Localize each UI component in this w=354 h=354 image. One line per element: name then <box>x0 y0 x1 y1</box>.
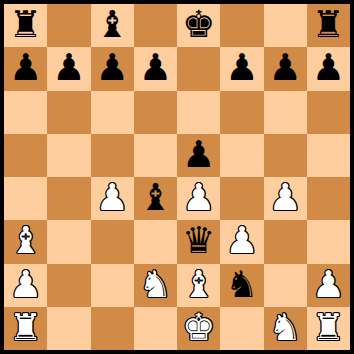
square-e4[interactable]: ♟ <box>177 177 220 220</box>
piece-black-pawn[interactable]: ♟ <box>182 134 215 176</box>
square-b3[interactable] <box>47 220 90 263</box>
piece-white-pawn[interactable]: ♟ <box>312 264 345 306</box>
square-b5[interactable] <box>47 134 90 177</box>
square-f3[interactable]: ♟ <box>220 220 263 263</box>
square-g5[interactable] <box>264 134 307 177</box>
square-a2[interactable]: ♟ <box>4 264 47 307</box>
piece-white-pawn[interactable]: ♟ <box>269 177 302 219</box>
piece-white-pawn[interactable]: ♟ <box>182 177 215 219</box>
square-g8[interactable] <box>264 4 307 47</box>
square-f4[interactable] <box>220 177 263 220</box>
square-b2[interactable] <box>47 264 90 307</box>
chess-board: ♜♝♚♜♟♟♟♟♟♟♟♟♟♝♟♟♝♛♟♟♞♝♞♟♜♚♞♜ <box>4 4 350 350</box>
square-c7[interactable]: ♟ <box>91 47 134 90</box>
square-g2[interactable] <box>264 264 307 307</box>
square-a8[interactable]: ♜ <box>4 4 47 47</box>
square-b4[interactable] <box>47 177 90 220</box>
square-g7[interactable]: ♟ <box>264 47 307 90</box>
square-c4[interactable]: ♟ <box>91 177 134 220</box>
square-a1[interactable]: ♜ <box>4 307 47 350</box>
piece-black-pawn[interactable]: ♟ <box>269 47 302 89</box>
square-f8[interactable] <box>220 4 263 47</box>
square-h7[interactable]: ♟ <box>307 47 350 90</box>
square-h5[interactable] <box>307 134 350 177</box>
square-c5[interactable] <box>91 134 134 177</box>
square-h3[interactable] <box>307 220 350 263</box>
piece-white-knight[interactable]: ♞ <box>269 307 302 349</box>
piece-black-queen[interactable]: ♛ <box>182 220 215 262</box>
piece-white-bishop[interactable]: ♝ <box>182 264 215 306</box>
piece-white-pawn[interactable]: ♟ <box>225 220 258 262</box>
square-c6[interactable] <box>91 91 134 134</box>
square-a6[interactable] <box>4 91 47 134</box>
square-b8[interactable] <box>47 4 90 47</box>
piece-black-bishop[interactable]: ♝ <box>96 4 129 46</box>
square-g3[interactable] <box>264 220 307 263</box>
square-g1[interactable]: ♞ <box>264 307 307 350</box>
square-b6[interactable] <box>47 91 90 134</box>
square-e2[interactable]: ♝ <box>177 264 220 307</box>
square-e6[interactable] <box>177 91 220 134</box>
square-d5[interactable] <box>134 134 177 177</box>
square-h1[interactable]: ♜ <box>307 307 350 350</box>
piece-black-pawn[interactable]: ♟ <box>96 47 129 89</box>
square-a4[interactable] <box>4 177 47 220</box>
piece-black-pawn[interactable]: ♟ <box>225 47 258 89</box>
square-a7[interactable]: ♟ <box>4 47 47 90</box>
square-c2[interactable] <box>91 264 134 307</box>
square-e7[interactable] <box>177 47 220 90</box>
square-d1[interactable] <box>134 307 177 350</box>
square-d4[interactable]: ♝ <box>134 177 177 220</box>
chess-board-frame: ♜♝♚♜♟♟♟♟♟♟♟♟♟♝♟♟♝♛♟♟♞♝♞♟♜♚♞♜ <box>0 0 354 354</box>
square-e3[interactable]: ♛ <box>177 220 220 263</box>
square-c1[interactable] <box>91 307 134 350</box>
piece-white-rook[interactable]: ♜ <box>312 307 345 349</box>
square-d8[interactable] <box>134 4 177 47</box>
square-g4[interactable]: ♟ <box>264 177 307 220</box>
square-a5[interactable] <box>4 134 47 177</box>
square-f5[interactable] <box>220 134 263 177</box>
piece-black-rook[interactable]: ♜ <box>312 4 345 46</box>
piece-black-bishop[interactable]: ♝ <box>139 177 172 219</box>
square-h6[interactable] <box>307 91 350 134</box>
square-e1[interactable]: ♚ <box>177 307 220 350</box>
piece-white-rook[interactable]: ♜ <box>9 307 42 349</box>
square-f6[interactable] <box>220 91 263 134</box>
piece-black-pawn[interactable]: ♟ <box>52 47 85 89</box>
square-h8[interactable]: ♜ <box>307 4 350 47</box>
square-h4[interactable] <box>307 177 350 220</box>
square-b1[interactable] <box>47 307 90 350</box>
square-b7[interactable]: ♟ <box>47 47 90 90</box>
piece-black-pawn[interactable]: ♟ <box>139 47 172 89</box>
piece-black-knight[interactable]: ♞ <box>225 264 258 306</box>
square-a3[interactable]: ♝ <box>4 220 47 263</box>
piece-white-bishop[interactable]: ♝ <box>9 220 42 262</box>
square-g6[interactable] <box>264 91 307 134</box>
square-f1[interactable] <box>220 307 263 350</box>
square-h2[interactable]: ♟ <box>307 264 350 307</box>
piece-white-pawn[interactable]: ♟ <box>96 177 129 219</box>
square-d3[interactable] <box>134 220 177 263</box>
piece-white-knight[interactable]: ♞ <box>139 264 172 306</box>
square-c3[interactable] <box>91 220 134 263</box>
square-e5[interactable]: ♟ <box>177 134 220 177</box>
piece-white-king[interactable]: ♚ <box>182 307 215 349</box>
square-d7[interactable]: ♟ <box>134 47 177 90</box>
square-f7[interactable]: ♟ <box>220 47 263 90</box>
square-e8[interactable]: ♚ <box>177 4 220 47</box>
piece-black-pawn[interactable]: ♟ <box>9 47 42 89</box>
square-d2[interactable]: ♞ <box>134 264 177 307</box>
square-d6[interactable] <box>134 91 177 134</box>
piece-white-pawn[interactable]: ♟ <box>9 264 42 306</box>
piece-black-king[interactable]: ♚ <box>182 4 215 46</box>
piece-black-rook[interactable]: ♜ <box>9 4 42 46</box>
square-c8[interactable]: ♝ <box>91 4 134 47</box>
square-f2[interactable]: ♞ <box>220 264 263 307</box>
piece-black-pawn[interactable]: ♟ <box>312 47 345 89</box>
